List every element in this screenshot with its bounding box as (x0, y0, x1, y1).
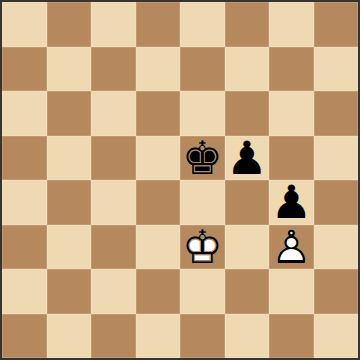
white-pawn-line-glyph: ♙ (269, 225, 314, 270)
square-f8[interactable] (225, 2, 270, 47)
square-e5[interactable]: ♔♚ (180, 136, 225, 181)
square-d8[interactable] (136, 2, 181, 47)
square-f1[interactable] (225, 314, 270, 359)
square-g2[interactable] (269, 269, 314, 314)
square-h2[interactable] (314, 269, 359, 314)
square-d4[interactable] (136, 180, 181, 225)
black-pawn[interactable]: ♟ (269, 180, 314, 225)
square-c5[interactable] (91, 136, 136, 181)
white-king[interactable]: ♚♔ (180, 225, 225, 270)
square-e7[interactable] (180, 47, 225, 92)
square-b6[interactable] (47, 91, 92, 136)
square-a4[interactable] (2, 180, 47, 225)
square-f2[interactable] (225, 269, 270, 314)
white-king-line-glyph: ♔ (180, 225, 225, 270)
square-a1[interactable] (2, 314, 47, 359)
square-g7[interactable] (269, 47, 314, 92)
square-g5[interactable] (269, 136, 314, 181)
square-b8[interactable] (47, 2, 92, 47)
square-h8[interactable] (314, 2, 359, 47)
black-pawn[interactable]: ♟ (225, 136, 270, 181)
square-d2[interactable] (136, 269, 181, 314)
square-a8[interactable] (2, 2, 47, 47)
square-h6[interactable] (314, 91, 359, 136)
black-king[interactable]: ♔♚ (180, 136, 225, 181)
square-g4[interactable]: ♟ (269, 180, 314, 225)
board-frame: ♔♚♟♟♚♔♟♙ (0, 0, 360, 360)
white-pawn[interactable]: ♟♙ (269, 225, 314, 270)
square-d6[interactable] (136, 91, 181, 136)
square-d7[interactable] (136, 47, 181, 92)
square-a6[interactable] (2, 91, 47, 136)
white-pawn-fill-glyph: ♟ (269, 225, 314, 270)
square-h7[interactable] (314, 47, 359, 92)
square-h1[interactable] (314, 314, 359, 359)
square-c3[interactable] (91, 225, 136, 270)
square-a2[interactable] (2, 269, 47, 314)
square-c2[interactable] (91, 269, 136, 314)
square-f3[interactable] (225, 225, 270, 270)
white-king-fill-glyph: ♚ (180, 225, 225, 270)
square-b3[interactable] (47, 225, 92, 270)
black-king-fill-glyph: ♔ (180, 136, 225, 181)
square-g1[interactable] (269, 314, 314, 359)
square-a7[interactable] (2, 47, 47, 92)
square-b7[interactable] (47, 47, 92, 92)
square-e3[interactable]: ♚♔ (180, 225, 225, 270)
square-b4[interactable] (47, 180, 92, 225)
black-pawn-fill-glyph: ♟ (269, 180, 314, 225)
square-c8[interactable] (91, 2, 136, 47)
square-h5[interactable] (314, 136, 359, 181)
square-h4[interactable] (314, 180, 359, 225)
square-f4[interactable] (225, 180, 270, 225)
square-c4[interactable] (91, 180, 136, 225)
black-pawn-fill-glyph: ♟ (225, 136, 270, 181)
square-b5[interactable] (47, 136, 92, 181)
square-e6[interactable] (180, 91, 225, 136)
square-a3[interactable] (2, 225, 47, 270)
square-e2[interactable] (180, 269, 225, 314)
square-g3[interactable]: ♟♙ (269, 225, 314, 270)
square-c6[interactable] (91, 91, 136, 136)
square-h3[interactable] (314, 225, 359, 270)
square-a5[interactable] (2, 136, 47, 181)
square-e4[interactable] (180, 180, 225, 225)
square-c1[interactable] (91, 314, 136, 359)
square-f5[interactable]: ♟ (225, 136, 270, 181)
square-d3[interactable] (136, 225, 181, 270)
square-f7[interactable] (225, 47, 270, 92)
square-d5[interactable] (136, 136, 181, 181)
chess-board: ♔♚♟♟♚♔♟♙ (2, 2, 358, 358)
square-e8[interactable] (180, 2, 225, 47)
square-b1[interactable] (47, 314, 92, 359)
square-b2[interactable] (47, 269, 92, 314)
square-e1[interactable] (180, 314, 225, 359)
square-d1[interactable] (136, 314, 181, 359)
square-c7[interactable] (91, 47, 136, 92)
black-king-line-glyph: ♚ (180, 136, 225, 181)
square-g8[interactable] (269, 2, 314, 47)
square-g6[interactable] (269, 91, 314, 136)
square-f6[interactable] (225, 91, 270, 136)
